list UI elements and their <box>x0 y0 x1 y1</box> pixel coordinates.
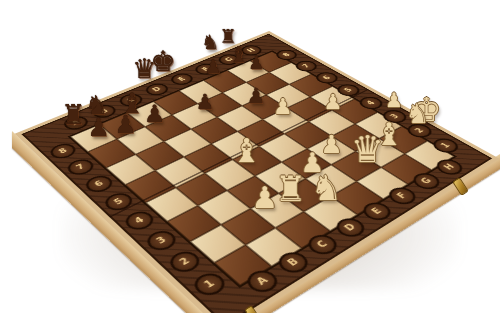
piece-light-pawn-g4[interactable]: ♟ <box>323 92 342 113</box>
border-label-8: 8 <box>46 141 80 161</box>
border-label-B: B <box>273 248 314 276</box>
piece-dark-pawn-b7[interactable]: ♟ <box>114 112 136 137</box>
border-label-D: D <box>331 215 370 241</box>
border-label-1: 1 <box>189 269 230 299</box>
border-label-6: 6 <box>81 173 116 195</box>
border-label-5: 5 <box>101 190 138 214</box>
border-label-H: H <box>432 156 468 177</box>
piece-dark-bishop-g7[interactable]: ♝ <box>229 44 249 66</box>
piece-light-bishop-c4[interactable]: ♝ <box>232 134 262 167</box>
piece-light-pawn-f4[interactable]: ♟ <box>273 96 293 118</box>
piece-dark-pawn-e5[interactable]: ♟ <box>195 92 214 113</box>
piece-dark-knight-g8[interactable]: ♞ <box>201 32 219 52</box>
border-label-4: 4 <box>121 208 159 233</box>
border-label-3: 3 <box>142 227 181 254</box>
border-label-G: G <box>408 170 444 192</box>
piece-light-knight-g1[interactable]: ♞ <box>405 100 429 127</box>
piece-light-rook-b1[interactable]: ♜ <box>275 172 306 207</box>
piece-dark-pawn-c7[interactable]: ♟ <box>144 102 166 126</box>
piece-light-pawn-h4[interactable]: ♟ <box>385 90 403 110</box>
product-photo-stage: ABCDEFGH ABCDEFGH 87654321 87654321 ♜♞♝♛… <box>0 0 500 313</box>
border-label-F: F <box>384 184 421 207</box>
border-label-2: 2 <box>165 248 205 276</box>
piece-light-knight-c1[interactable]: ♞ <box>311 171 342 206</box>
piece-dark-pawn-a7[interactable]: ♟ <box>87 115 109 140</box>
border-label-E: E <box>358 199 396 223</box>
piece-light-queen-e1[interactable]: ♛ <box>351 131 384 168</box>
piece-dark-queen-d8[interactable]: ♛ <box>132 55 156 82</box>
border-label-7: 7 <box>63 157 97 178</box>
piece-dark-pawn-h6[interactable]: ♟ <box>248 54 264 72</box>
border-label-C: C <box>303 231 343 258</box>
piece-dark-pawn-g5[interactable]: ♟ <box>246 86 265 107</box>
piece-light-pawn-a2[interactable]: ♟ <box>252 183 279 213</box>
piece-dark-pawn-f7[interactable]: ♟ <box>205 57 222 76</box>
piece-dark-rook-a8[interactable]: ♜ <box>61 101 85 128</box>
